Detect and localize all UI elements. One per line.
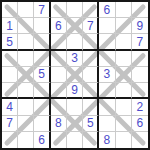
given-digit: 7 [6,117,13,129]
cell-r6c4[interactable] [51,83,67,99]
given-digit: 9 [71,84,78,96]
cell-r8c5[interactable] [67,116,83,132]
cell-r2c5[interactable] [67,18,83,34]
cell-r2c7[interactable] [99,18,115,34]
given-digit: 5 [87,117,94,129]
given-digit: 7 [38,4,45,16]
cell-r1c3[interactable]: 7 [34,2,50,18]
cell-r6c8[interactable] [116,83,132,99]
given-digit: 6 [104,4,111,16]
cell-r7c3[interactable] [34,99,50,115]
cell-r8c4[interactable]: 8 [51,116,67,132]
cell-r6c1[interactable] [2,83,18,99]
cell-r5c4[interactable] [51,67,67,83]
cell-r3c9[interactable]: 7 [132,34,148,50]
cell-r1c7[interactable]: 6 [99,2,115,18]
cell-r5c1[interactable] [2,67,18,83]
cell-r7c6[interactable] [83,99,99,115]
cell-r7c4[interactable] [51,99,67,115]
cell-r1c1[interactable] [2,2,18,18]
given-digit: 8 [55,117,62,129]
sudoku-grid: 76167957353942785668 [2,2,148,148]
cell-r5c5[interactable] [67,67,83,83]
cell-r5c3[interactable]: 5 [34,67,50,83]
cell-r8c6[interactable]: 5 [83,116,99,132]
cell-r9c9[interactable] [132,132,148,148]
cell-r7c5[interactable] [67,99,83,115]
given-digit: 3 [104,68,111,80]
given-digit: 3 [71,52,78,64]
cell-r9c2[interactable] [18,132,34,148]
cell-r8c3[interactable] [34,116,50,132]
cell-r1c5[interactable] [67,2,83,18]
cell-r9c4[interactable] [51,132,67,148]
cell-r7c1[interactable]: 4 [2,99,18,115]
sudoku-board: 76167957353942785668 [0,0,150,150]
given-digit: 9 [137,20,144,32]
cell-r4c1[interactable] [2,51,18,67]
cell-r9c3[interactable]: 6 [34,132,50,148]
cell-r1c9[interactable] [132,2,148,18]
cell-r2c3[interactable] [34,18,50,34]
cell-r6c9[interactable] [132,83,148,99]
cell-r5c7[interactable]: 3 [99,67,115,83]
cell-r3c4[interactable] [51,34,67,50]
given-digit: 6 [137,117,144,129]
cell-r1c6[interactable] [83,2,99,18]
cell-r5c6[interactable] [83,67,99,83]
cell-r2c1[interactable]: 1 [2,18,18,34]
cell-r9c8[interactable] [116,132,132,148]
cell-r9c1[interactable] [2,132,18,148]
cell-r5c9[interactable] [132,67,148,83]
cell-r4c3[interactable] [34,51,50,67]
cell-r4c5[interactable]: 3 [67,51,83,67]
cell-r2c2[interactable] [18,18,34,34]
given-digit: 5 [38,68,45,80]
cell-r9c5[interactable] [67,132,83,148]
cell-r6c3[interactable] [34,83,50,99]
cell-r7c7[interactable] [99,99,115,115]
given-digit: 7 [137,36,144,48]
given-digit: 4 [6,101,13,113]
cell-r1c2[interactable] [18,2,34,18]
cell-r5c2[interactable] [18,67,34,83]
cell-r7c9[interactable]: 2 [132,99,148,115]
cell-r3c2[interactable] [18,34,34,50]
cell-r1c4[interactable] [51,2,67,18]
cell-r3c1[interactable]: 5 [2,34,18,50]
cell-r1c8[interactable] [116,2,132,18]
given-digit: 2 [137,101,144,113]
cell-r7c8[interactable] [116,99,132,115]
cell-r8c7[interactable] [99,116,115,132]
given-digit: 8 [104,134,111,146]
cell-r5c8[interactable] [116,67,132,83]
cell-r2c4[interactable]: 6 [51,18,67,34]
cell-r3c7[interactable] [99,34,115,50]
cell-r2c8[interactable] [116,18,132,34]
cell-r9c6[interactable] [83,132,99,148]
cell-r4c7[interactable] [99,51,115,67]
cell-r2c6[interactable]: 7 [83,18,99,34]
cell-r8c8[interactable] [116,116,132,132]
given-digit: 7 [87,20,94,32]
cell-r4c9[interactable] [132,51,148,67]
cell-r3c8[interactable] [116,34,132,50]
cell-r6c6[interactable] [83,83,99,99]
cell-r3c6[interactable] [83,34,99,50]
given-digit: 5 [6,36,13,48]
given-digit: 6 [55,20,62,32]
cell-r6c7[interactable] [99,83,115,99]
given-digit: 6 [38,134,45,146]
cell-r6c2[interactable] [18,83,34,99]
cell-r7c2[interactable] [18,99,34,115]
cell-r4c6[interactable] [83,51,99,67]
cell-r4c2[interactable] [18,51,34,67]
cell-r3c3[interactable] [34,34,50,50]
cell-r8c2[interactable] [18,116,34,132]
cell-r6c5[interactable]: 9 [67,83,83,99]
cell-r9c7[interactable]: 8 [99,132,115,148]
cell-r4c4[interactable] [51,51,67,67]
cell-r3c5[interactable] [67,34,83,50]
cell-r2c9[interactable]: 9 [132,18,148,34]
given-digit: 1 [6,20,13,32]
cell-r4c8[interactable] [116,51,132,67]
cell-r8c1[interactable]: 7 [2,116,18,132]
cell-r8c9[interactable]: 6 [132,116,148,132]
